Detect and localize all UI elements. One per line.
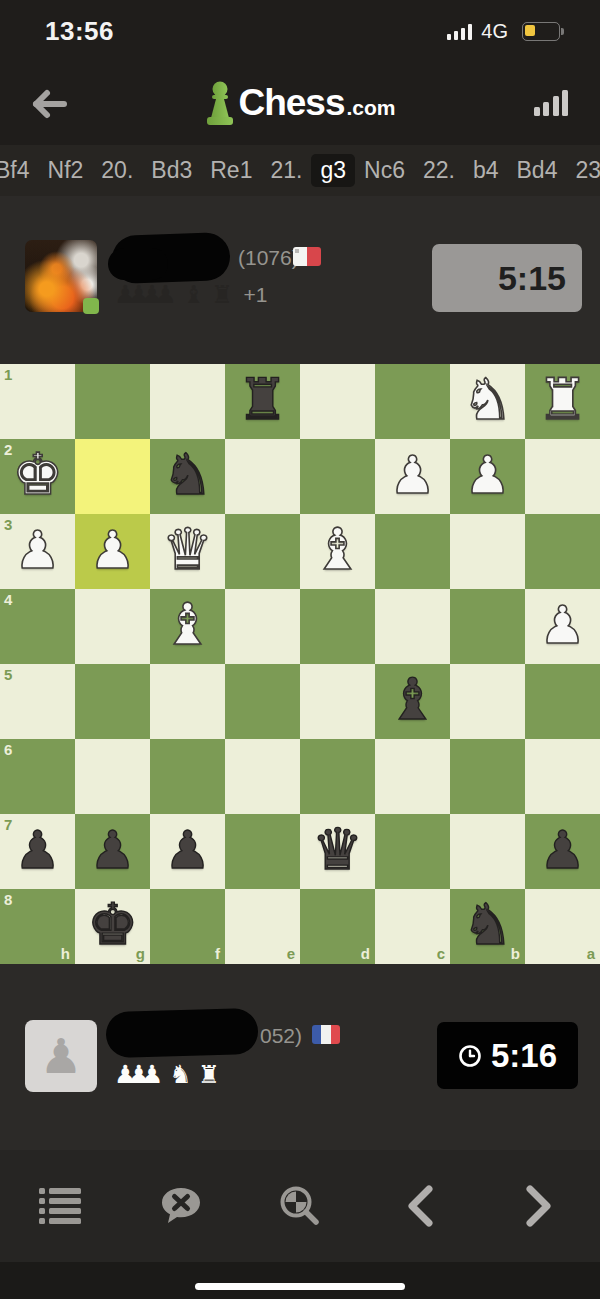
square-h6[interactable]: 6: [0, 739, 75, 814]
square-e8[interactable]: e: [225, 889, 300, 964]
bottom-clock-time: 5:16: [491, 1037, 557, 1075]
move-b4[interactable]: b4: [464, 154, 508, 187]
square-g8[interactable]: g♚: [75, 889, 150, 964]
square-g6[interactable]: [75, 739, 150, 814]
move-Bd4[interactable]: Bd4: [508, 154, 567, 187]
bottom-toolbar: [0, 1150, 600, 1262]
rank-label-7: 7: [4, 816, 12, 833]
square-h2[interactable]: 2♚: [0, 439, 75, 514]
piece-white-bishop-f4[interactable]: ♝: [162, 596, 213, 653]
player-panel-bottom: ♟ 052) ♟♟♟♞♜ 5:16: [0, 964, 600, 1150]
cellular-signal-icon: [447, 24, 473, 40]
rank-label-1: 1: [4, 366, 12, 383]
piece-white-rook-a1[interactable]: ♜: [537, 371, 588, 428]
file-label-d: d: [361, 945, 370, 962]
square-d7[interactable]: ♛: [300, 814, 375, 889]
bottom-player-captured-pieces: ♟♟♟♞♜: [114, 1062, 220, 1087]
moves-list-icon: [39, 1187, 83, 1225]
piece-black-knight-b8[interactable]: ♞: [462, 896, 513, 953]
square-e4[interactable]: [225, 589, 300, 664]
piece-white-pawn-g3[interactable]: ♟: [89, 524, 136, 576]
move-Nf2[interactable]: Nf2: [39, 154, 93, 187]
square-h4[interactable]: 4: [0, 589, 75, 664]
logo-text-chess: Chess: [238, 82, 344, 124]
rank-label-3: 3: [4, 516, 12, 533]
square-a6[interactable]: [525, 739, 600, 814]
move-22[interactable]: 22.: [414, 154, 464, 187]
square-e1[interactable]: ♜: [225, 364, 300, 439]
rank-label-5: 5: [4, 666, 12, 683]
square-f5[interactable]: [150, 664, 225, 739]
chat-disabled-icon: [161, 1187, 201, 1225]
bottom-player-avatar[interactable]: ♟: [25, 1020, 97, 1092]
gray-pawn-icon: ♟: [39, 1032, 82, 1080]
captured-knight-icon: ♞: [169, 1062, 191, 1087]
bottom-player-rating: 052): [260, 1024, 302, 1048]
square-b7[interactable]: [450, 814, 525, 889]
square-c8[interactable]: c: [375, 889, 450, 964]
square-b8[interactable]: b♞: [450, 889, 525, 964]
piece-black-pawn-f7[interactable]: ♟: [164, 824, 211, 876]
piece-white-pawn-b2[interactable]: ♟: [464, 449, 511, 501]
captured-pawn-icon: ♟: [141, 1062, 163, 1087]
square-a8[interactable]: a: [525, 889, 600, 964]
chesscom-logo: Chess .com: [0, 60, 600, 145]
default-pawn-avatar: ♟: [25, 1020, 97, 1092]
square-e7[interactable]: [225, 814, 300, 889]
green-pawn-logo-icon: [204, 80, 236, 126]
battery-icon: [522, 22, 560, 41]
piece-black-bishop-c5[interactable]: ♝: [387, 671, 438, 728]
piece-black-rook-e1[interactable]: ♜: [237, 371, 288, 428]
file-label-f: f: [215, 945, 220, 962]
home-indicator[interactable]: [195, 1283, 405, 1290]
square-a3[interactable]: [525, 514, 600, 589]
captured-rook-icon: ♜: [211, 282, 233, 307]
square-g3[interactable]: ♟: [75, 514, 150, 589]
square-g7[interactable]: ♟: [75, 814, 150, 889]
square-h5[interactable]: 5: [0, 664, 75, 739]
piece-white-pawn-h3[interactable]: ♟: [14, 524, 61, 576]
piece-white-pawn-c2[interactable]: ♟: [389, 449, 436, 501]
app-header: Chess .com: [0, 60, 600, 145]
analysis-magnifier-icon: [279, 1185, 321, 1227]
square-f2[interactable]: ♞: [150, 439, 225, 514]
square-d3[interactable]: ♝: [300, 514, 375, 589]
move-g3[interactable]: g3: [311, 154, 355, 187]
move-Nc6[interactable]: Nc6: [355, 154, 414, 187]
square-b1[interactable]: ♞: [450, 364, 525, 439]
square-d2[interactable]: [300, 439, 375, 514]
square-c5[interactable]: ♝: [375, 664, 450, 739]
square-d5[interactable]: [300, 664, 375, 739]
bottom-player-clock: 5:16: [437, 1022, 578, 1089]
square-a4[interactable]: ♟: [525, 589, 600, 664]
move-20[interactable]: 20.: [92, 154, 142, 187]
move-list-bar: Bf4Nf220.Bd3Re121.g3Nc622.b4Bd423.c3: [0, 145, 600, 196]
material-advantage: +1: [244, 283, 268, 307]
move-Bf4[interactable]: Bf4: [0, 154, 39, 187]
square-d4[interactable]: [300, 589, 375, 664]
square-g2[interactable]: [75, 439, 150, 514]
square-d6[interactable]: [300, 739, 375, 814]
active-clock-icon: [458, 1044, 482, 1068]
rank-label-6: 6: [4, 741, 12, 758]
top-clock-time: 5:15: [498, 259, 566, 298]
square-e3[interactable]: [225, 514, 300, 589]
square-g5[interactable]: [75, 664, 150, 739]
square-d8[interactable]: d: [300, 889, 375, 964]
square-c3[interactable]: [375, 514, 450, 589]
square-h3[interactable]: 3♟: [0, 514, 75, 589]
top-player-rating: (1076): [238, 246, 299, 270]
piece-black-knight-f2[interactable]: ♞: [162, 446, 213, 503]
piece-black-queen-d7[interactable]: ♛: [312, 821, 363, 878]
move-Re1[interactable]: Re1: [201, 154, 261, 187]
malta-flag: [293, 247, 321, 266]
square-h7[interactable]: 7♟: [0, 814, 75, 889]
piece-black-king-g8[interactable]: ♚: [87, 896, 138, 953]
square-a5[interactable]: [525, 664, 600, 739]
square-c4[interactable]: [375, 589, 450, 664]
piece-white-bishop-d3[interactable]: ♝: [312, 521, 363, 578]
top-player-avatar[interactable]: [25, 240, 97, 312]
square-f4[interactable]: ♝: [150, 589, 225, 664]
chevron-left-icon: [405, 1184, 435, 1228]
square-h1[interactable]: 1: [0, 364, 75, 439]
square-h8[interactable]: 8h: [0, 889, 75, 964]
square-b4[interactable]: [450, 589, 525, 664]
square-f7[interactable]: ♟: [150, 814, 225, 889]
move-21[interactable]: 21.: [261, 154, 311, 187]
player-panel-top: (1076) ♟♟♟♟♝♜+1 5:15: [0, 196, 600, 364]
logo-text-com: .com: [347, 96, 396, 120]
top-player-captured-pieces: ♟♟♟♟♝♜+1: [114, 282, 267, 307]
piece-black-pawn-h7[interactable]: ♟: [14, 824, 61, 876]
bottom-strip: [0, 1262, 600, 1299]
move-23[interactable]: 23.: [566, 154, 600, 187]
square-f6[interactable]: [150, 739, 225, 814]
status-bar: 13:56 4G: [0, 0, 600, 60]
analysis-button[interactable]: [275, 1181, 325, 1231]
square-e2[interactable]: [225, 439, 300, 514]
square-b5[interactable]: [450, 664, 525, 739]
square-c6[interactable]: [375, 739, 450, 814]
square-c7[interactable]: [375, 814, 450, 889]
move-list: Bf4Nf220.Bd3Re121.g3Nc622.b4Bd423.c3: [0, 145, 600, 196]
file-label-e: e: [287, 945, 295, 962]
square-a1[interactable]: ♜: [525, 364, 600, 439]
piece-white-pawn-a4[interactable]: ♟: [539, 599, 586, 651]
chess-board: 1♜♞♜2♚♞♟♟3♟♟♛♝4♝♟5♝67♟♟♟♛♟8hg♚fedcb♞a: [0, 364, 600, 964]
chevron-right-icon: [524, 1184, 554, 1228]
france-flag: [312, 1025, 340, 1044]
piece-black-pawn-g7[interactable]: ♟: [89, 824, 136, 876]
rank-label-8: 8: [4, 891, 12, 908]
piece-black-pawn-a7[interactable]: ♟: [539, 824, 586, 876]
square-d1[interactable]: [300, 364, 375, 439]
top-player-name-redacted-2: [108, 248, 168, 280]
next-move-button[interactable]: [514, 1181, 564, 1231]
square-g1[interactable]: [75, 364, 150, 439]
top-player-clock: 5:15: [432, 244, 582, 312]
square-b6[interactable]: [450, 739, 525, 814]
file-label-a: a: [587, 945, 595, 962]
square-c1[interactable]: [375, 364, 450, 439]
moves-list-button[interactable]: [36, 1181, 86, 1231]
captured-rook-icon: ♜: [198, 1062, 220, 1087]
previous-move-button[interactable]: [395, 1181, 445, 1231]
square-c2[interactable]: ♟: [375, 439, 450, 514]
square-g4[interactable]: [75, 589, 150, 664]
square-a7[interactable]: ♟: [525, 814, 600, 889]
online-status-dot: [83, 298, 99, 314]
square-f3[interactable]: ♛: [150, 514, 225, 589]
rank-label-4: 4: [4, 591, 12, 608]
status-time: 13:56: [45, 16, 114, 47]
chat-disabled-button[interactable]: [156, 1181, 206, 1231]
piece-white-knight-b1[interactable]: ♞: [462, 371, 513, 428]
captured-pawn-icon: ♟: [154, 282, 176, 307]
file-label-h: h: [61, 945, 70, 962]
square-e5[interactable]: [225, 664, 300, 739]
file-label-c: c: [437, 945, 445, 962]
bottom-player-name-redacted: [105, 1008, 258, 1058]
square-b2[interactable]: ♟: [450, 439, 525, 514]
piece-white-queen-f3[interactable]: ♛: [162, 521, 213, 578]
square-b3[interactable]: [450, 514, 525, 589]
piece-white-king-h2[interactable]: ♚: [12, 446, 63, 503]
connection-strength-icon: [534, 90, 569, 116]
move-Bd3[interactable]: Bd3: [142, 154, 201, 187]
captured-bishop-icon: ♝: [183, 282, 205, 307]
square-f8[interactable]: f: [150, 889, 225, 964]
square-f1[interactable]: [150, 364, 225, 439]
network-type-label: 4G: [481, 20, 508, 43]
square-e6[interactable]: [225, 739, 300, 814]
square-a2[interactable]: [525, 439, 600, 514]
